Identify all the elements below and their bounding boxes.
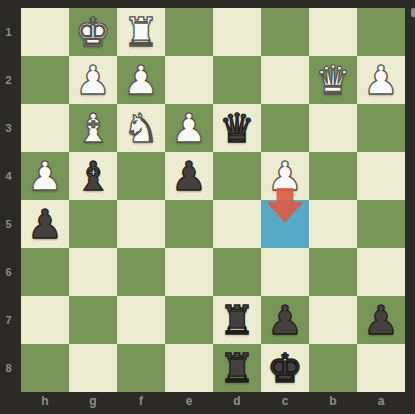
square-c1[interactable] xyxy=(261,8,309,56)
square-f2[interactable]: ♟ xyxy=(117,56,165,104)
file-label-e: e xyxy=(165,392,213,414)
rank-label-8: 8 xyxy=(0,344,17,392)
chess-app-window: 12345678 ♚♜♟♟♛♟♝♞♟♛♟♝♟♟♟♜♟♟♜♚ hgfedcba xyxy=(0,0,415,414)
square-d1[interactable] xyxy=(213,8,261,56)
file-label-f: f xyxy=(117,392,165,414)
black-king[interactable]: ♚ xyxy=(261,344,309,392)
black-bishop[interactable]: ♝ xyxy=(69,152,117,200)
square-g3[interactable]: ♝ xyxy=(69,104,117,152)
white-pawn[interactable]: ♟ xyxy=(117,56,165,104)
square-a7[interactable]: ♟ xyxy=(357,296,405,344)
chess-board[interactable]: ♚♜♟♟♛♟♝♞♟♛♟♝♟♟♟♜♟♟♜♚ xyxy=(21,8,405,392)
rank-label-1: 1 xyxy=(0,8,17,56)
white-pawn[interactable]: ♟ xyxy=(261,152,309,200)
white-pawn[interactable]: ♟ xyxy=(165,104,213,152)
square-h6[interactable] xyxy=(21,248,69,296)
white-pawn[interactable]: ♟ xyxy=(357,56,405,104)
square-c2[interactable] xyxy=(261,56,309,104)
square-e2[interactable] xyxy=(165,56,213,104)
square-a2[interactable]: ♟ xyxy=(357,56,405,104)
square-b2[interactable]: ♛ xyxy=(309,56,357,104)
square-a6[interactable] xyxy=(357,248,405,296)
white-rook[interactable]: ♜ xyxy=(117,8,165,56)
square-c4[interactable]: ♟ xyxy=(261,152,309,200)
clipped-icon xyxy=(411,8,415,17)
square-h5[interactable]: ♟ xyxy=(21,200,69,248)
square-b5[interactable] xyxy=(309,200,357,248)
square-e1[interactable] xyxy=(165,8,213,56)
square-a4[interactable] xyxy=(357,152,405,200)
square-d7[interactable]: ♜ xyxy=(213,296,261,344)
square-e3[interactable]: ♟ xyxy=(165,104,213,152)
white-queen[interactable]: ♛ xyxy=(309,56,357,104)
square-a8[interactable] xyxy=(357,344,405,392)
square-g8[interactable] xyxy=(69,344,117,392)
square-a5[interactable] xyxy=(357,200,405,248)
square-d8[interactable]: ♜ xyxy=(213,344,261,392)
file-label-a: a xyxy=(357,392,405,414)
square-d3[interactable]: ♛ xyxy=(213,104,261,152)
square-e7[interactable] xyxy=(165,296,213,344)
black-rook[interactable]: ♜ xyxy=(213,344,261,392)
square-g2[interactable]: ♟ xyxy=(69,56,117,104)
file-label-b: b xyxy=(309,392,357,414)
white-king[interactable]: ♚ xyxy=(69,8,117,56)
black-pawn[interactable]: ♟ xyxy=(357,296,405,344)
square-g5[interactable] xyxy=(69,200,117,248)
rank-label-2: 2 xyxy=(0,56,17,104)
square-c3[interactable] xyxy=(261,104,309,152)
black-queen[interactable]: ♛ xyxy=(213,104,261,152)
square-e5[interactable] xyxy=(165,200,213,248)
rank-label-4: 4 xyxy=(0,152,17,200)
square-f5[interactable] xyxy=(117,200,165,248)
rank-label-7: 7 xyxy=(0,296,17,344)
square-f3[interactable]: ♞ xyxy=(117,104,165,152)
square-e8[interactable] xyxy=(165,344,213,392)
square-e4[interactable]: ♟ xyxy=(165,152,213,200)
square-b6[interactable] xyxy=(309,248,357,296)
square-c6[interactable] xyxy=(261,248,309,296)
white-bishop[interactable]: ♝ xyxy=(69,104,117,152)
black-pawn[interactable]: ♟ xyxy=(21,200,69,248)
square-d4[interactable] xyxy=(213,152,261,200)
square-d6[interactable] xyxy=(213,248,261,296)
square-f6[interactable] xyxy=(117,248,165,296)
rank-label-5: 5 xyxy=(0,200,17,248)
square-h4[interactable]: ♟ xyxy=(21,152,69,200)
square-e6[interactable] xyxy=(165,248,213,296)
square-b3[interactable] xyxy=(309,104,357,152)
square-d5[interactable] xyxy=(213,200,261,248)
white-pawn[interactable]: ♟ xyxy=(21,152,69,200)
square-h3[interactable] xyxy=(21,104,69,152)
file-label-c: c xyxy=(261,392,309,414)
square-g7[interactable] xyxy=(69,296,117,344)
square-f1[interactable]: ♜ xyxy=(117,8,165,56)
rank-labels: 12345678 xyxy=(0,8,21,392)
square-h2[interactable] xyxy=(21,56,69,104)
square-c8[interactable]: ♚ xyxy=(261,344,309,392)
square-c7[interactable]: ♟ xyxy=(261,296,309,344)
square-b7[interactable] xyxy=(309,296,357,344)
square-h8[interactable] xyxy=(21,344,69,392)
square-g6[interactable] xyxy=(69,248,117,296)
square-d2[interactable] xyxy=(213,56,261,104)
file-label-d: d xyxy=(213,392,261,414)
file-label-g: g xyxy=(69,392,117,414)
square-c5[interactable] xyxy=(261,200,309,248)
square-b1[interactable] xyxy=(309,8,357,56)
square-f8[interactable] xyxy=(117,344,165,392)
square-f4[interactable] xyxy=(117,152,165,200)
square-h1[interactable] xyxy=(21,8,69,56)
file-label-h: h xyxy=(21,392,69,414)
black-pawn[interactable]: ♟ xyxy=(165,152,213,200)
rank-label-6: 6 xyxy=(0,248,17,296)
square-b8[interactable] xyxy=(309,344,357,392)
rank-label-3: 3 xyxy=(0,104,17,152)
square-a3[interactable] xyxy=(357,104,405,152)
square-g1[interactable]: ♚ xyxy=(69,8,117,56)
white-knight[interactable]: ♞ xyxy=(117,104,165,152)
square-f7[interactable] xyxy=(117,296,165,344)
file-labels: hgfedcba xyxy=(21,392,405,414)
square-a1[interactable] xyxy=(357,8,405,56)
white-pawn[interactable]: ♟ xyxy=(69,56,117,104)
square-b4[interactable] xyxy=(309,152,357,200)
black-rook[interactable]: ♜ xyxy=(213,296,261,344)
square-g4[interactable]: ♝ xyxy=(69,152,117,200)
black-pawn[interactable]: ♟ xyxy=(261,296,309,344)
square-h7[interactable] xyxy=(21,296,69,344)
